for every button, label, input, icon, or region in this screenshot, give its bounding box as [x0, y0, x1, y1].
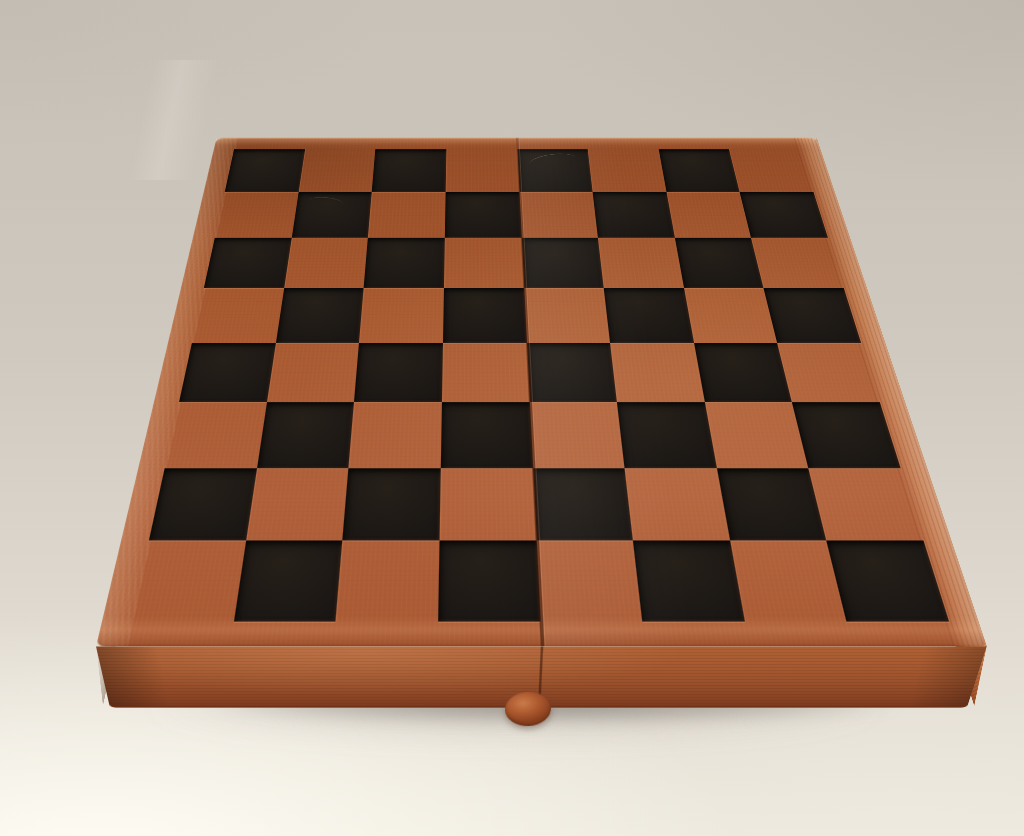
- square-r6c5[interactable]: [529, 402, 624, 468]
- square-r6c3[interactable]: [349, 402, 442, 468]
- square-r5c4[interactable]: [442, 343, 530, 403]
- square-r2c1[interactable]: [215, 192, 299, 238]
- square-r7c7[interactable]: [717, 468, 827, 541]
- square-r1c1[interactable]: [225, 149, 305, 191]
- square-r8c1[interactable]: [131, 541, 245, 622]
- frame-left-border: [96, 138, 238, 647]
- square-r4c3[interactable]: [359, 288, 444, 343]
- photo-backdrop: [0, 0, 1024, 836]
- square-r6c6[interactable]: [617, 402, 717, 468]
- square-r7c2[interactable]: [246, 468, 349, 541]
- square-r7c4[interactable]: [439, 468, 536, 541]
- square-r7c8[interactable]: [809, 468, 924, 541]
- square-r5c3[interactable]: [354, 343, 443, 403]
- square-r2c3[interactable]: [368, 192, 445, 238]
- square-r8c6[interactable]: [633, 541, 745, 622]
- square-r8c5[interactable]: [536, 541, 642, 622]
- square-r4c1[interactable]: [192, 288, 284, 343]
- square-r8c7[interactable]: [730, 541, 847, 622]
- square-r3c2[interactable]: [284, 238, 368, 288]
- square-r3c1[interactable]: [204, 238, 292, 288]
- square-r2c2[interactable]: [291, 192, 372, 238]
- square-r6c1[interactable]: [165, 402, 267, 468]
- square-r4c2[interactable]: [276, 288, 364, 343]
- square-r5c6[interactable]: [610, 343, 705, 403]
- square-r8c4[interactable]: [438, 541, 540, 622]
- square-r4c4[interactable]: [443, 288, 527, 343]
- square-r5c5[interactable]: [527, 343, 618, 403]
- square-r6c4[interactable]: [441, 402, 533, 468]
- square-r3c3[interactable]: [364, 238, 445, 288]
- square-r7c5[interactable]: [533, 468, 633, 541]
- square-r7c3[interactable]: [343, 468, 441, 541]
- square-r8c2[interactable]: [233, 541, 342, 622]
- board-surface: [96, 138, 987, 647]
- square-r5c2[interactable]: [267, 343, 360, 403]
- square-r1c4[interactable]: [446, 149, 520, 191]
- square-r5c1[interactable]: [179, 343, 276, 403]
- square-r6c8[interactable]: [792, 402, 900, 468]
- square-r7c6[interactable]: [625, 468, 730, 541]
- square-r6c7[interactable]: [705, 402, 809, 468]
- chess-board: [96, 138, 987, 647]
- square-r7c1[interactable]: [149, 468, 257, 541]
- square-r6c2[interactable]: [257, 402, 355, 468]
- square-r1c3[interactable]: [372, 149, 446, 191]
- square-r5c7[interactable]: [694, 343, 793, 403]
- square-r8c8[interactable]: [827, 541, 949, 622]
- square-r3c4[interactable]: [444, 238, 524, 288]
- frame-front-border: [96, 617, 987, 647]
- square-r1c2[interactable]: [298, 149, 375, 191]
- right-half-sheen: [516, 138, 986, 647]
- square-r8c3[interactable]: [336, 541, 440, 622]
- square-r2c4[interactable]: [445, 192, 522, 238]
- square-r5c8[interactable]: [777, 343, 880, 403]
